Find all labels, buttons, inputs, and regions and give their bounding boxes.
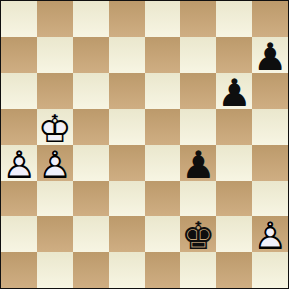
square-b7[interactable]: [37, 37, 73, 73]
square-e7[interactable]: [145, 37, 181, 73]
square-b1[interactable]: [37, 252, 73, 288]
square-f8[interactable]: [180, 1, 216, 37]
black-pawn-glyph: ♟: [253, 39, 287, 75]
square-c8[interactable]: [73, 1, 109, 37]
square-b4[interactable]: ♟♙: [37, 145, 73, 181]
square-d1[interactable]: [109, 252, 145, 288]
black-pawn[interactable]: ♟: [217, 75, 251, 111]
square-g1[interactable]: [216, 252, 252, 288]
black-pawn-glyph: ♟: [217, 75, 251, 111]
square-c7[interactable]: [73, 37, 109, 73]
square-d6[interactable]: [109, 73, 145, 109]
square-h2[interactable]: ♟♙: [252, 216, 288, 252]
square-a1[interactable]: [1, 252, 37, 288]
square-a2[interactable]: [1, 216, 37, 252]
square-e8[interactable]: [145, 1, 181, 37]
white-pawn-outline: ♙: [2, 147, 36, 183]
square-b8[interactable]: [37, 1, 73, 37]
square-e4[interactable]: [145, 145, 181, 181]
square-e1[interactable]: [145, 252, 181, 288]
black-pawn[interactable]: ♟: [253, 39, 287, 75]
square-g2[interactable]: [216, 216, 252, 252]
square-c6[interactable]: [73, 73, 109, 109]
white-king[interactable]: ♚♔: [38, 111, 72, 147]
black-pawn-glyph: ♟: [181, 147, 215, 183]
square-f7[interactable]: [180, 37, 216, 73]
square-e3[interactable]: [145, 181, 181, 217]
square-c1[interactable]: [73, 252, 109, 288]
square-h5[interactable]: [252, 109, 288, 145]
square-g4[interactable]: [216, 145, 252, 181]
square-g7[interactable]: [216, 37, 252, 73]
white-pawn[interactable]: ♟♙: [38, 147, 72, 183]
square-e2[interactable]: [145, 216, 181, 252]
square-b2[interactable]: [37, 216, 73, 252]
square-a5[interactable]: [1, 109, 37, 145]
square-c5[interactable]: [73, 109, 109, 145]
white-pawn[interactable]: ♟♙: [2, 147, 36, 183]
square-a8[interactable]: [1, 1, 37, 37]
square-f4[interactable]: ♟: [180, 145, 216, 181]
white-pawn[interactable]: ♟♙: [253, 218, 287, 254]
square-f5[interactable]: [180, 109, 216, 145]
square-d7[interactable]: [109, 37, 145, 73]
square-a7[interactable]: [1, 37, 37, 73]
white-king-outline: ♔: [38, 111, 72, 147]
white-pawn-outline: ♙: [38, 147, 72, 183]
square-h8[interactable]: [252, 1, 288, 37]
square-d5[interactable]: [109, 109, 145, 145]
square-d4[interactable]: [109, 145, 145, 181]
square-d3[interactable]: [109, 181, 145, 217]
square-e6[interactable]: [145, 73, 181, 109]
black-king-glyph: ♚: [181, 218, 215, 254]
square-a4[interactable]: ♟♙: [1, 145, 37, 181]
square-a6[interactable]: [1, 73, 37, 109]
square-c4[interactable]: [73, 145, 109, 181]
square-c2[interactable]: [73, 216, 109, 252]
square-g3[interactable]: [216, 181, 252, 217]
square-h3[interactable]: [252, 181, 288, 217]
white-pawn-outline: ♙: [253, 218, 287, 254]
square-h4[interactable]: [252, 145, 288, 181]
square-h7[interactable]: ♟: [252, 37, 288, 73]
square-b5[interactable]: ♚♔: [37, 109, 73, 145]
square-e5[interactable]: [145, 109, 181, 145]
square-d8[interactable]: [109, 1, 145, 37]
square-g8[interactable]: [216, 1, 252, 37]
black-pawn[interactable]: ♟: [181, 147, 215, 183]
square-d2[interactable]: [109, 216, 145, 252]
black-king[interactable]: ♚: [181, 218, 215, 254]
square-b6[interactable]: [37, 73, 73, 109]
chess-board: ♟♟♚♔♟♙♟♙♟♚♟♙: [0, 0, 289, 289]
square-c3[interactable]: [73, 181, 109, 217]
square-f2[interactable]: ♚: [180, 216, 216, 252]
square-f6[interactable]: [180, 73, 216, 109]
square-g6[interactable]: ♟: [216, 73, 252, 109]
